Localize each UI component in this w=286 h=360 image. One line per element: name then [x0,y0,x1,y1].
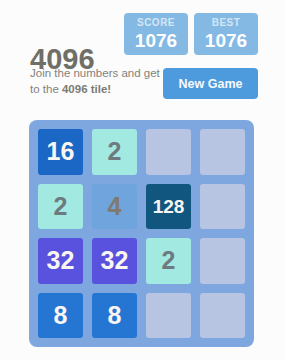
tile-2-r3c3: 2 [146,238,191,284]
tile-16-r1c1: 16 [38,129,83,175]
empty-cell-r3c4 [200,238,245,284]
empty-cell-r1c4 [200,129,245,175]
tile-2-r2c1: 2 [38,184,83,230]
empty-cell-r1c3 [146,129,191,175]
new-game-button[interactable]: New Game [163,68,258,99]
game-board[interactable]: 162241283232288 [29,120,254,347]
empty-cell-r4c3 [146,293,191,339]
empty-cell-r4c4 [200,293,245,339]
intro-text: Join the numbers and get to the 4096 til… [30,65,170,97]
tile-8-r4c1: 8 [38,293,83,339]
best-label: BEST [212,18,241,28]
best-box: BEST 1076 [194,13,258,55]
best-value: 1076 [205,31,247,50]
score-label: SCORE [137,18,175,28]
tile-32-r3c1: 32 [38,238,83,284]
tile-128-r2c3: 128 [146,184,191,230]
score-box: SCORE 1076 [124,13,188,55]
score-value: 1076 [135,31,177,50]
tile-4-r2c2: 4 [92,184,137,230]
intro-text-goal: 4096 tile! [62,83,111,95]
tile-8-r4c2: 8 [92,293,137,339]
empty-cell-r2c4 [200,184,245,230]
tile-2-r1c2: 2 [92,129,137,175]
tile-32-r3c2: 32 [92,238,137,284]
